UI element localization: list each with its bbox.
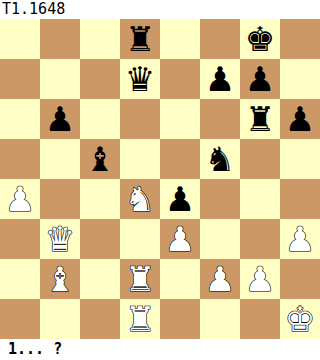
square-a3[interactable] bbox=[0, 219, 40, 259]
square-f8[interactable] bbox=[200, 19, 240, 59]
square-a8[interactable] bbox=[0, 19, 40, 59]
square-g6[interactable]: ♜ bbox=[240, 99, 280, 139]
square-b7[interactable] bbox=[40, 59, 80, 99]
piece-white-rook: ♜ bbox=[125, 259, 155, 299]
square-h6[interactable]: ♟ bbox=[280, 99, 320, 139]
square-h2[interactable] bbox=[280, 259, 320, 299]
square-h5[interactable] bbox=[280, 139, 320, 179]
square-f4[interactable] bbox=[200, 179, 240, 219]
chess-puzzle-page: T1.1648 ♜♚♛♟♟♟♜♟♝♞♟♞♟♛♟♟♝♜♟♟♜♚ 1... ? bbox=[0, 0, 320, 360]
square-g1[interactable] bbox=[240, 299, 280, 339]
square-g4[interactable] bbox=[240, 179, 280, 219]
square-d3[interactable] bbox=[120, 219, 160, 259]
piece-black-rook: ♜ bbox=[125, 19, 155, 59]
square-e8[interactable] bbox=[160, 19, 200, 59]
square-b3[interactable]: ♛ bbox=[40, 219, 80, 259]
move-prompt: 1... ? bbox=[0, 339, 320, 360]
square-e2[interactable] bbox=[160, 259, 200, 299]
piece-black-queen: ♛ bbox=[125, 59, 155, 99]
square-a2[interactable] bbox=[0, 259, 40, 299]
piece-white-pawn: ♟ bbox=[165, 219, 195, 259]
piece-white-rook: ♜ bbox=[125, 299, 155, 339]
piece-white-knight: ♞ bbox=[125, 179, 155, 219]
square-f7[interactable]: ♟ bbox=[200, 59, 240, 99]
square-d8[interactable]: ♜ bbox=[120, 19, 160, 59]
square-a7[interactable] bbox=[0, 59, 40, 99]
square-e4[interactable]: ♟ bbox=[160, 179, 200, 219]
square-e3[interactable]: ♟ bbox=[160, 219, 200, 259]
square-c1[interactable] bbox=[80, 299, 120, 339]
piece-white-pawn: ♟ bbox=[205, 259, 235, 299]
puzzle-id: T1.1648 bbox=[0, 0, 320, 19]
square-b2[interactable]: ♝ bbox=[40, 259, 80, 299]
square-b5[interactable] bbox=[40, 139, 80, 179]
square-h3[interactable]: ♟ bbox=[280, 219, 320, 259]
piece-white-queen: ♛ bbox=[45, 219, 75, 259]
square-e5[interactable] bbox=[160, 139, 200, 179]
square-c5[interactable]: ♝ bbox=[80, 139, 120, 179]
piece-black-king: ♚ bbox=[245, 19, 275, 59]
piece-black-pawn: ♟ bbox=[245, 59, 275, 99]
piece-white-pawn: ♟ bbox=[5, 179, 35, 219]
square-d5[interactable] bbox=[120, 139, 160, 179]
square-g5[interactable] bbox=[240, 139, 280, 179]
square-h7[interactable] bbox=[280, 59, 320, 99]
square-g8[interactable]: ♚ bbox=[240, 19, 280, 59]
square-c3[interactable] bbox=[80, 219, 120, 259]
chess-board: ♜♚♛♟♟♟♜♟♝♞♟♞♟♛♟♟♝♜♟♟♜♚ bbox=[0, 19, 320, 339]
piece-black-pawn: ♟ bbox=[165, 179, 195, 219]
square-f2[interactable]: ♟ bbox=[200, 259, 240, 299]
piece-black-pawn: ♟ bbox=[285, 99, 315, 139]
piece-white-bishop: ♝ bbox=[45, 259, 75, 299]
square-b6[interactable]: ♟ bbox=[40, 99, 80, 139]
square-c8[interactable] bbox=[80, 19, 120, 59]
square-e7[interactable] bbox=[160, 59, 200, 99]
square-h8[interactable] bbox=[280, 19, 320, 59]
square-g7[interactable]: ♟ bbox=[240, 59, 280, 99]
piece-white-king: ♚ bbox=[285, 299, 315, 339]
square-c7[interactable] bbox=[80, 59, 120, 99]
piece-black-knight: ♞ bbox=[205, 139, 235, 179]
square-c6[interactable] bbox=[80, 99, 120, 139]
piece-black-pawn: ♟ bbox=[205, 59, 235, 99]
square-b4[interactable] bbox=[40, 179, 80, 219]
square-c2[interactable] bbox=[80, 259, 120, 299]
piece-white-pawn: ♟ bbox=[285, 219, 315, 259]
square-b1[interactable] bbox=[40, 299, 80, 339]
square-e1[interactable] bbox=[160, 299, 200, 339]
square-h1[interactable]: ♚ bbox=[280, 299, 320, 339]
square-g3[interactable] bbox=[240, 219, 280, 259]
square-f3[interactable] bbox=[200, 219, 240, 259]
square-a5[interactable] bbox=[0, 139, 40, 179]
square-h4[interactable] bbox=[280, 179, 320, 219]
piece-black-bishop: ♝ bbox=[85, 139, 115, 179]
piece-white-pawn: ♟ bbox=[245, 259, 275, 299]
square-f5[interactable]: ♞ bbox=[200, 139, 240, 179]
piece-black-pawn: ♟ bbox=[45, 99, 75, 139]
square-g2[interactable]: ♟ bbox=[240, 259, 280, 299]
square-c4[interactable] bbox=[80, 179, 120, 219]
square-f6[interactable] bbox=[200, 99, 240, 139]
square-a6[interactable] bbox=[0, 99, 40, 139]
square-d6[interactable] bbox=[120, 99, 160, 139]
square-e6[interactable] bbox=[160, 99, 200, 139]
square-d2[interactable]: ♜ bbox=[120, 259, 160, 299]
square-b8[interactable] bbox=[40, 19, 80, 59]
square-a4[interactable]: ♟ bbox=[0, 179, 40, 219]
piece-black-rook: ♜ bbox=[245, 99, 275, 139]
square-a1[interactable] bbox=[0, 299, 40, 339]
square-d7[interactable]: ♛ bbox=[120, 59, 160, 99]
square-f1[interactable] bbox=[200, 299, 240, 339]
square-d4[interactable]: ♞ bbox=[120, 179, 160, 219]
square-d1[interactable]: ♜ bbox=[120, 299, 160, 339]
